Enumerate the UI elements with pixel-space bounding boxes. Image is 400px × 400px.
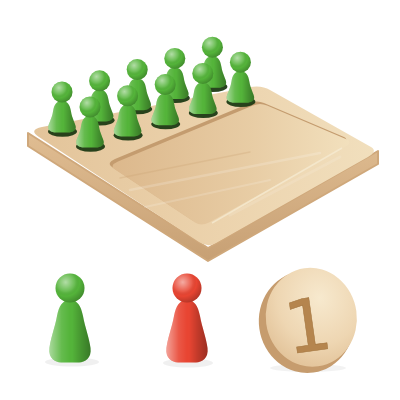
board-peg-r1-c4[interactable] [227, 52, 255, 103]
loose-peg-red[interactable] [166, 274, 207, 363]
product-photo: 1 [0, 0, 400, 400]
toy-scene: 1 [0, 0, 400, 400]
number-disc[interactable]: 1 [252, 262, 364, 379]
board-peg-r0-c0[interactable] [48, 82, 76, 133]
loose-peg-green[interactable] [49, 274, 90, 363]
